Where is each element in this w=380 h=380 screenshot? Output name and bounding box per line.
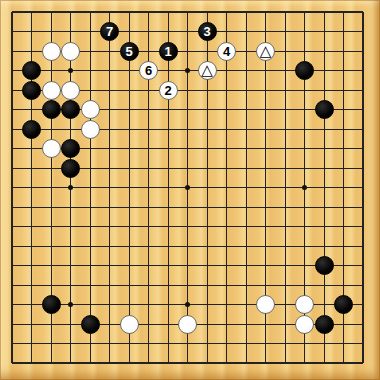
- intersection[interactable]: [275, 197, 295, 217]
- intersection[interactable]: [197, 158, 217, 178]
- intersection[interactable]: [22, 41, 42, 61]
- intersection[interactable]: [178, 236, 198, 256]
- intersection[interactable]: [197, 353, 217, 373]
- intersection[interactable]: [256, 353, 276, 373]
- intersection[interactable]: [119, 275, 139, 295]
- intersection[interactable]: [22, 119, 42, 139]
- intersection[interactable]: [334, 61, 354, 81]
- intersection[interactable]: [314, 217, 334, 237]
- intersection[interactable]: [158, 100, 178, 120]
- intersection[interactable]: [2, 353, 22, 373]
- intersection[interactable]: [139, 80, 159, 100]
- intersection[interactable]: [61, 2, 81, 22]
- intersection[interactable]: [334, 236, 354, 256]
- intersection[interactable]: [158, 314, 178, 334]
- intersection[interactable]: [178, 139, 198, 159]
- intersection[interactable]: [217, 295, 237, 315]
- intersection[interactable]: [236, 353, 256, 373]
- intersection[interactable]: [139, 178, 159, 198]
- intersection[interactable]: [236, 61, 256, 81]
- intersection[interactable]: [41, 275, 61, 295]
- intersection[interactable]: [178, 197, 198, 217]
- intersection[interactable]: [295, 334, 315, 354]
- intersection[interactable]: [158, 2, 178, 22]
- intersection[interactable]: [119, 61, 139, 81]
- intersection[interactable]: [22, 353, 42, 373]
- intersection[interactable]: [80, 22, 100, 42]
- intersection[interactable]: [61, 41, 81, 61]
- intersection[interactable]: [236, 119, 256, 139]
- intersection[interactable]: [61, 178, 81, 198]
- intersection[interactable]: [80, 139, 100, 159]
- intersection[interactable]: [119, 236, 139, 256]
- intersection[interactable]: [295, 158, 315, 178]
- intersection[interactable]: [295, 22, 315, 42]
- intersection[interactable]: [353, 295, 373, 315]
- intersection[interactable]: [100, 217, 120, 237]
- intersection[interactable]: [178, 334, 198, 354]
- intersection[interactable]: [80, 353, 100, 373]
- intersection[interactable]: [139, 197, 159, 217]
- intersection[interactable]: [139, 275, 159, 295]
- intersection[interactable]: [158, 119, 178, 139]
- intersection[interactable]: [353, 2, 373, 22]
- intersection[interactable]: [100, 295, 120, 315]
- intersection[interactable]: [2, 275, 22, 295]
- intersection[interactable]: [295, 80, 315, 100]
- intersection[interactable]: [353, 22, 373, 42]
- intersection[interactable]: [100, 119, 120, 139]
- intersection[interactable]: [295, 2, 315, 22]
- intersection[interactable]: [217, 61, 237, 81]
- intersection[interactable]: [22, 61, 42, 81]
- intersection[interactable]: [353, 100, 373, 120]
- intersection[interactable]: [100, 275, 120, 295]
- intersection[interactable]: △: [256, 41, 276, 61]
- intersection[interactable]: [314, 158, 334, 178]
- intersection[interactable]: [119, 2, 139, 22]
- intersection[interactable]: [100, 178, 120, 198]
- intersection[interactable]: [139, 334, 159, 354]
- intersection[interactable]: [334, 139, 354, 159]
- intersection[interactable]: [41, 353, 61, 373]
- intersection[interactable]: [80, 61, 100, 81]
- intersection[interactable]: [139, 217, 159, 237]
- intersection[interactable]: [41, 41, 61, 61]
- intersection[interactable]: [217, 119, 237, 139]
- intersection[interactable]: [334, 158, 354, 178]
- intersection[interactable]: [80, 314, 100, 334]
- intersection[interactable]: [334, 334, 354, 354]
- intersection[interactable]: [295, 256, 315, 276]
- intersection[interactable]: [217, 197, 237, 217]
- intersection[interactable]: [22, 197, 42, 217]
- intersection[interactable]: [197, 295, 217, 315]
- intersection[interactable]: [334, 256, 354, 276]
- intersection[interactable]: [314, 100, 334, 120]
- intersection[interactable]: [353, 158, 373, 178]
- intersection[interactable]: [275, 80, 295, 100]
- intersection[interactable]: [80, 295, 100, 315]
- intersection[interactable]: [100, 197, 120, 217]
- intersection[interactable]: [314, 314, 334, 334]
- intersection[interactable]: [295, 197, 315, 217]
- intersection[interactable]: [217, 236, 237, 256]
- intersection[interactable]: [2, 295, 22, 315]
- intersection[interactable]: [178, 217, 198, 237]
- intersection[interactable]: [217, 2, 237, 22]
- intersection[interactable]: [334, 80, 354, 100]
- intersection[interactable]: [80, 217, 100, 237]
- intersection[interactable]: [314, 275, 334, 295]
- intersection[interactable]: [178, 61, 198, 81]
- intersection[interactable]: [41, 80, 61, 100]
- intersection[interactable]: [217, 275, 237, 295]
- intersection[interactable]: [80, 178, 100, 198]
- intersection[interactable]: [256, 256, 276, 276]
- intersection[interactable]: [353, 353, 373, 373]
- intersection[interactable]: [314, 41, 334, 61]
- intersection[interactable]: [100, 61, 120, 81]
- intersection[interactable]: [275, 61, 295, 81]
- intersection[interactable]: [275, 2, 295, 22]
- intersection[interactable]: [236, 295, 256, 315]
- intersection[interactable]: [139, 295, 159, 315]
- intersection[interactable]: 2: [158, 80, 178, 100]
- intersection[interactable]: [61, 119, 81, 139]
- intersection[interactable]: [178, 80, 198, 100]
- intersection[interactable]: [178, 2, 198, 22]
- intersection[interactable]: [2, 197, 22, 217]
- intersection[interactable]: [80, 41, 100, 61]
- intersection[interactable]: [334, 22, 354, 42]
- intersection[interactable]: [334, 41, 354, 61]
- intersection[interactable]: [275, 100, 295, 120]
- intersection[interactable]: [158, 158, 178, 178]
- intersection[interactable]: [236, 80, 256, 100]
- intersection[interactable]: [41, 334, 61, 354]
- intersection[interactable]: [61, 295, 81, 315]
- intersection[interactable]: [275, 217, 295, 237]
- intersection[interactable]: [119, 119, 139, 139]
- intersection[interactable]: [236, 178, 256, 198]
- intersection[interactable]: [217, 139, 237, 159]
- intersection[interactable]: [353, 217, 373, 237]
- intersection[interactable]: △: [197, 61, 217, 81]
- intersection[interactable]: [275, 178, 295, 198]
- intersection[interactable]: [61, 100, 81, 120]
- intersection[interactable]: [197, 256, 217, 276]
- intersection[interactable]: [158, 61, 178, 81]
- intersection[interactable]: [22, 22, 42, 42]
- intersection[interactable]: [334, 178, 354, 198]
- intersection[interactable]: [61, 353, 81, 373]
- intersection[interactable]: [2, 139, 22, 159]
- intersection[interactable]: [178, 275, 198, 295]
- intersection[interactable]: [100, 139, 120, 159]
- intersection[interactable]: [119, 178, 139, 198]
- intersection[interactable]: [178, 353, 198, 373]
- intersection[interactable]: [236, 2, 256, 22]
- intersection[interactable]: [217, 22, 237, 42]
- intersection[interactable]: [119, 314, 139, 334]
- intersection[interactable]: [334, 275, 354, 295]
- intersection[interactable]: [334, 2, 354, 22]
- intersection[interactable]: [41, 100, 61, 120]
- intersection[interactable]: [139, 2, 159, 22]
- intersection[interactable]: [295, 139, 315, 159]
- intersection[interactable]: [256, 22, 276, 42]
- intersection[interactable]: [22, 80, 42, 100]
- intersection[interactable]: [353, 178, 373, 198]
- intersection[interactable]: [256, 178, 276, 198]
- intersection[interactable]: [236, 275, 256, 295]
- intersection[interactable]: [197, 197, 217, 217]
- intersection[interactable]: [2, 80, 22, 100]
- intersection[interactable]: [100, 41, 120, 61]
- intersection[interactable]: [353, 119, 373, 139]
- intersection[interactable]: [80, 80, 100, 100]
- intersection[interactable]: [314, 334, 334, 354]
- intersection[interactable]: [158, 334, 178, 354]
- intersection[interactable]: [197, 217, 217, 237]
- intersection[interactable]: [353, 275, 373, 295]
- intersection[interactable]: [139, 100, 159, 120]
- intersection[interactable]: [256, 275, 276, 295]
- intersection[interactable]: [295, 217, 315, 237]
- intersection[interactable]: [61, 197, 81, 217]
- intersection[interactable]: [22, 139, 42, 159]
- intersection[interactable]: [22, 256, 42, 276]
- intersection[interactable]: [275, 256, 295, 276]
- intersection[interactable]: [41, 295, 61, 315]
- intersection[interactable]: [256, 295, 276, 315]
- intersection[interactable]: [61, 158, 81, 178]
- intersection[interactable]: [119, 158, 139, 178]
- intersection[interactable]: [197, 80, 217, 100]
- intersection[interactable]: [236, 197, 256, 217]
- intersection[interactable]: [22, 236, 42, 256]
- intersection[interactable]: [80, 236, 100, 256]
- intersection[interactable]: [119, 217, 139, 237]
- intersection[interactable]: [314, 22, 334, 42]
- intersection[interactable]: [236, 217, 256, 237]
- intersection[interactable]: [158, 22, 178, 42]
- intersection[interactable]: [197, 275, 217, 295]
- intersection[interactable]: [275, 353, 295, 373]
- intersection[interactable]: [139, 236, 159, 256]
- intersection[interactable]: [41, 61, 61, 81]
- intersection[interactable]: [2, 2, 22, 22]
- intersection[interactable]: [295, 314, 315, 334]
- intersection[interactable]: 5: [119, 41, 139, 61]
- intersection[interactable]: [2, 178, 22, 198]
- intersection[interactable]: [314, 178, 334, 198]
- intersection[interactable]: [236, 236, 256, 256]
- intersection[interactable]: [80, 158, 100, 178]
- intersection[interactable]: [275, 139, 295, 159]
- intersection[interactable]: [158, 256, 178, 276]
- intersection[interactable]: [2, 158, 22, 178]
- intersection[interactable]: [100, 80, 120, 100]
- intersection[interactable]: [178, 178, 198, 198]
- intersection[interactable]: [119, 22, 139, 42]
- intersection[interactable]: [275, 119, 295, 139]
- intersection[interactable]: [158, 217, 178, 237]
- intersection[interactable]: [256, 236, 276, 256]
- intersection[interactable]: [256, 139, 276, 159]
- intersection[interactable]: [139, 256, 159, 276]
- intersection[interactable]: [275, 158, 295, 178]
- intersection[interactable]: [2, 22, 22, 42]
- intersection[interactable]: [61, 22, 81, 42]
- intersection[interactable]: [139, 314, 159, 334]
- intersection[interactable]: [2, 217, 22, 237]
- intersection[interactable]: [314, 236, 334, 256]
- intersection[interactable]: [217, 334, 237, 354]
- intersection[interactable]: [2, 256, 22, 276]
- intersection[interactable]: [100, 256, 120, 276]
- intersection[interactable]: [314, 61, 334, 81]
- intersection[interactable]: [295, 295, 315, 315]
- intersection[interactable]: [178, 314, 198, 334]
- intersection[interactable]: [295, 100, 315, 120]
- intersection[interactable]: [178, 295, 198, 315]
- intersection[interactable]: [197, 236, 217, 256]
- intersection[interactable]: [275, 275, 295, 295]
- intersection[interactable]: [22, 100, 42, 120]
- intersection[interactable]: [295, 178, 315, 198]
- intersection[interactable]: [158, 236, 178, 256]
- intersection[interactable]: [22, 275, 42, 295]
- intersection[interactable]: [275, 236, 295, 256]
- intersection[interactable]: [314, 80, 334, 100]
- intersection[interactable]: [236, 334, 256, 354]
- intersection[interactable]: [119, 80, 139, 100]
- intersection[interactable]: [119, 334, 139, 354]
- intersection[interactable]: [61, 275, 81, 295]
- intersection[interactable]: [158, 178, 178, 198]
- intersection[interactable]: [41, 256, 61, 276]
- intersection[interactable]: 4: [217, 41, 237, 61]
- intersection[interactable]: [119, 197, 139, 217]
- intersection[interactable]: [100, 158, 120, 178]
- intersection[interactable]: [41, 119, 61, 139]
- intersection[interactable]: [275, 295, 295, 315]
- intersection[interactable]: 1: [158, 41, 178, 61]
- intersection[interactable]: [334, 353, 354, 373]
- intersection[interactable]: [178, 100, 198, 120]
- intersection[interactable]: [217, 353, 237, 373]
- intersection[interactable]: [2, 236, 22, 256]
- intersection[interactable]: 6: [139, 61, 159, 81]
- intersection[interactable]: [80, 334, 100, 354]
- intersection[interactable]: [41, 217, 61, 237]
- intersection[interactable]: [100, 314, 120, 334]
- intersection[interactable]: [295, 119, 315, 139]
- intersection[interactable]: [2, 119, 22, 139]
- intersection[interactable]: [314, 197, 334, 217]
- intersection[interactable]: [158, 197, 178, 217]
- intersection[interactable]: [217, 80, 237, 100]
- intersection[interactable]: [139, 119, 159, 139]
- intersection[interactable]: [100, 100, 120, 120]
- intersection[interactable]: [217, 256, 237, 276]
- intersection[interactable]: [295, 275, 315, 295]
- intersection[interactable]: [256, 217, 276, 237]
- intersection[interactable]: 3: [197, 22, 217, 42]
- intersection[interactable]: [334, 119, 354, 139]
- intersection[interactable]: [275, 22, 295, 42]
- intersection[interactable]: [158, 295, 178, 315]
- intersection[interactable]: [295, 236, 315, 256]
- intersection[interactable]: [256, 334, 276, 354]
- intersection[interactable]: [236, 256, 256, 276]
- intersection[interactable]: [41, 158, 61, 178]
- intersection[interactable]: [236, 22, 256, 42]
- intersection[interactable]: [256, 2, 276, 22]
- intersection[interactable]: [217, 178, 237, 198]
- intersection[interactable]: [178, 41, 198, 61]
- intersection[interactable]: [100, 236, 120, 256]
- intersection[interactable]: [41, 22, 61, 42]
- intersection[interactable]: [80, 275, 100, 295]
- intersection[interactable]: [353, 197, 373, 217]
- intersection[interactable]: [22, 334, 42, 354]
- intersection[interactable]: [119, 256, 139, 276]
- intersection[interactable]: [61, 217, 81, 237]
- intersection[interactable]: [236, 41, 256, 61]
- intersection[interactable]: [61, 256, 81, 276]
- intersection[interactable]: [80, 119, 100, 139]
- intersection[interactable]: [256, 314, 276, 334]
- intersection[interactable]: [236, 139, 256, 159]
- intersection[interactable]: [22, 178, 42, 198]
- intersection[interactable]: [353, 61, 373, 81]
- intersection[interactable]: [61, 334, 81, 354]
- intersection[interactable]: [314, 256, 334, 276]
- intersection[interactable]: [158, 353, 178, 373]
- intersection[interactable]: [178, 119, 198, 139]
- intersection[interactable]: [217, 314, 237, 334]
- intersection[interactable]: [139, 22, 159, 42]
- intersection[interactable]: [275, 41, 295, 61]
- intersection[interactable]: [119, 100, 139, 120]
- intersection[interactable]: [100, 353, 120, 373]
- intersection[interactable]: [41, 178, 61, 198]
- intersection[interactable]: [197, 334, 217, 354]
- intersection[interactable]: [236, 314, 256, 334]
- intersection[interactable]: [61, 314, 81, 334]
- intersection[interactable]: [80, 100, 100, 120]
- intersection[interactable]: [100, 2, 120, 22]
- intersection[interactable]: [256, 61, 276, 81]
- intersection[interactable]: [119, 139, 139, 159]
- intersection[interactable]: [41, 2, 61, 22]
- intersection[interactable]: [256, 119, 276, 139]
- intersection[interactable]: [314, 2, 334, 22]
- intersection[interactable]: [61, 139, 81, 159]
- intersection[interactable]: [353, 236, 373, 256]
- intersection[interactable]: [22, 217, 42, 237]
- intersection[interactable]: [256, 158, 276, 178]
- intersection[interactable]: [139, 41, 159, 61]
- intersection[interactable]: [197, 100, 217, 120]
- intersection[interactable]: [334, 217, 354, 237]
- intersection[interactable]: [334, 197, 354, 217]
- intersection[interactable]: [22, 158, 42, 178]
- intersection[interactable]: [295, 41, 315, 61]
